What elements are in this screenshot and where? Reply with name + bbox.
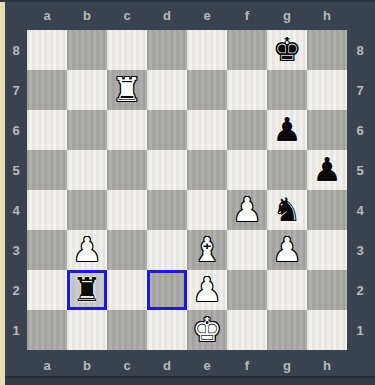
rank-label-right-7: 7 — [347, 70, 373, 110]
file-label-top-g: g — [267, 2, 307, 29]
black-knight-g4: ♞ — [267, 190, 307, 230]
square-g2[interactable] — [267, 270, 307, 310]
square-e7[interactable] — [187, 70, 227, 110]
white-bishop-e3: ♝ — [187, 230, 227, 270]
rank-label-right-8: 8 — [347, 30, 373, 70]
rank-labels-right: 87654321 — [347, 30, 373, 350]
square-g5[interactable] — [267, 150, 307, 190]
rank-label-left-6: 6 — [5, 110, 27, 150]
square-g8[interactable]: ♚ — [267, 30, 307, 70]
square-d5[interactable] — [147, 150, 187, 190]
square-f7[interactable] — [227, 70, 267, 110]
square-h4[interactable] — [307, 190, 347, 230]
square-h1[interactable] — [307, 310, 347, 350]
frame-bottom-edge — [5, 376, 375, 385]
white-pawn-e2: ♟ — [187, 270, 227, 310]
square-c8[interactable] — [107, 30, 147, 70]
square-d3[interactable] — [147, 230, 187, 270]
square-e1[interactable]: ♚ — [187, 310, 227, 350]
rank-label-left-7: 7 — [5, 70, 27, 110]
square-a1[interactable] — [27, 310, 67, 350]
chess-board: ♚♜♟♟♟♞♟♝♟♜♟♚ — [27, 30, 347, 350]
square-f8[interactable] — [227, 30, 267, 70]
square-f2[interactable] — [227, 270, 267, 310]
square-c7[interactable]: ♜ — [107, 70, 147, 110]
file-label-top-c: c — [107, 2, 147, 29]
rank-label-right-1: 1 — [347, 310, 373, 350]
square-c5[interactable] — [107, 150, 147, 190]
square-b3[interactable]: ♟ — [67, 230, 107, 270]
square-a6[interactable] — [27, 110, 67, 150]
square-h3[interactable] — [307, 230, 347, 270]
file-label-top-a: a — [27, 2, 67, 29]
square-h6[interactable] — [307, 110, 347, 150]
rank-label-right-4: 4 — [347, 190, 373, 230]
rank-label-right-6: 6 — [347, 110, 373, 150]
white-pawn-b3: ♟ — [67, 230, 107, 270]
square-f1[interactable] — [227, 310, 267, 350]
rank-labels-left: 87654321 — [5, 30, 27, 350]
white-king-e1: ♚ — [187, 310, 227, 350]
square-g1[interactable] — [267, 310, 307, 350]
rank-label-left-8: 8 — [5, 30, 27, 70]
square-f6[interactable] — [227, 110, 267, 150]
square-d1[interactable] — [147, 310, 187, 350]
rank-label-left-5: 5 — [5, 150, 27, 190]
square-b6[interactable] — [67, 110, 107, 150]
square-d4[interactable] — [147, 190, 187, 230]
square-e4[interactable] — [187, 190, 227, 230]
rank-label-right-5: 5 — [347, 150, 373, 190]
rank-label-left-1: 1 — [5, 310, 27, 350]
file-label-top-e: e — [187, 2, 227, 29]
rank-label-right-2: 2 — [347, 270, 373, 310]
square-e8[interactable] — [187, 30, 227, 70]
square-a4[interactable] — [27, 190, 67, 230]
square-b1[interactable] — [67, 310, 107, 350]
black-pawn-h5: ♟ — [307, 150, 347, 190]
white-pawn-f4: ♟ — [227, 190, 267, 230]
square-b2[interactable]: ♜ — [67, 270, 107, 310]
black-king-g8: ♚ — [267, 30, 307, 70]
file-label-top-d: d — [147, 2, 187, 29]
square-g3[interactable]: ♟ — [267, 230, 307, 270]
chess-board-widget: abcdefgh 87654321 87654321 ♚♜♟♟♟♞♟♝♟♜♟♚ … — [0, 0, 375, 385]
square-a3[interactable] — [27, 230, 67, 270]
square-f5[interactable] — [227, 150, 267, 190]
square-f4[interactable]: ♟ — [227, 190, 267, 230]
square-b4[interactable] — [67, 190, 107, 230]
file-label-top-b: b — [67, 2, 107, 29]
rank-label-left-4: 4 — [5, 190, 27, 230]
rank-label-left-2: 2 — [5, 270, 27, 310]
square-d8[interactable] — [147, 30, 187, 70]
square-b8[interactable] — [67, 30, 107, 70]
square-g6[interactable]: ♟ — [267, 110, 307, 150]
square-g4[interactable]: ♞ — [267, 190, 307, 230]
black-pawn-g6: ♟ — [267, 110, 307, 150]
square-e5[interactable] — [187, 150, 227, 190]
square-b7[interactable] — [67, 70, 107, 110]
square-h8[interactable] — [307, 30, 347, 70]
file-label-top-h: h — [307, 2, 347, 29]
square-d2[interactable] — [147, 270, 187, 310]
rank-label-right-3: 3 — [347, 230, 373, 270]
white-rook-c7: ♜ — [107, 70, 147, 110]
black-rook-b2: ♜ — [67, 270, 107, 310]
file-label-top-f: f — [227, 2, 267, 29]
square-a5[interactable] — [27, 150, 67, 190]
square-h2[interactable] — [307, 270, 347, 310]
square-h7[interactable] — [307, 70, 347, 110]
square-d7[interactable] — [147, 70, 187, 110]
square-d6[interactable] — [147, 110, 187, 150]
square-c2[interactable] — [107, 270, 147, 310]
square-e2[interactable]: ♟ — [187, 270, 227, 310]
square-c3[interactable] — [107, 230, 147, 270]
square-a7[interactable] — [27, 70, 67, 110]
square-g7[interactable] — [267, 70, 307, 110]
square-e6[interactable] — [187, 110, 227, 150]
square-a2[interactable] — [27, 270, 67, 310]
square-c6[interactable] — [107, 110, 147, 150]
square-c1[interactable] — [107, 310, 147, 350]
square-b5[interactable] — [67, 150, 107, 190]
square-e3[interactable]: ♝ — [187, 230, 227, 270]
square-c4[interactable] — [107, 190, 147, 230]
white-pawn-g3: ♟ — [267, 230, 307, 270]
square-a8[interactable] — [27, 30, 67, 70]
square-f3[interactable] — [227, 230, 267, 270]
square-h5[interactable]: ♟ — [307, 150, 347, 190]
file-labels-top: abcdefgh — [27, 2, 347, 29]
rank-label-left-3: 3 — [5, 230, 27, 270]
